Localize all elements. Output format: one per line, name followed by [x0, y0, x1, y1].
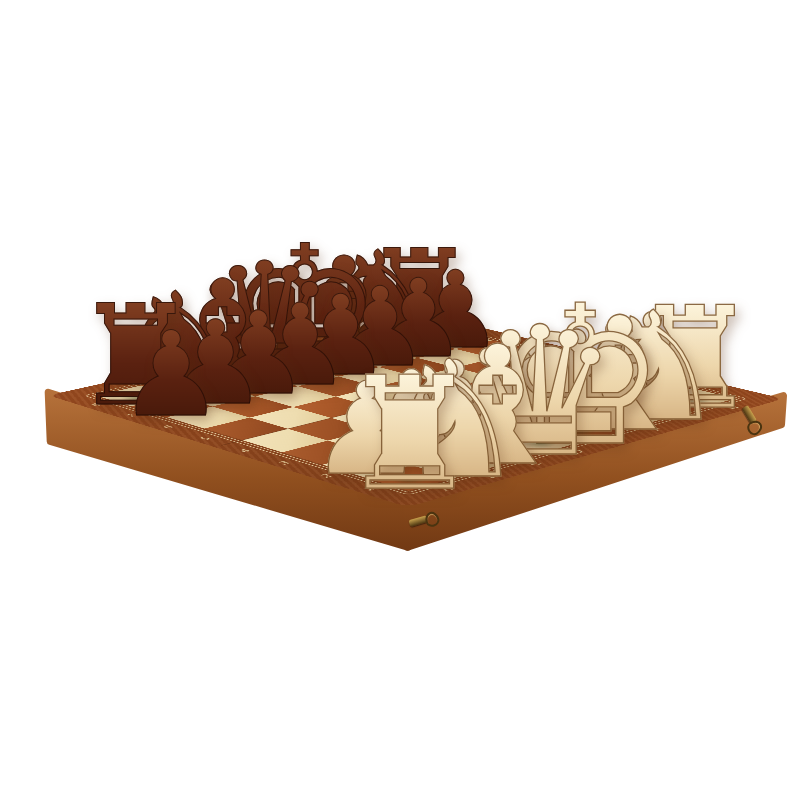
photo-stage: ABCDEFGH 87654321 ♜♞♝♛♚♝♞♜♟♟♟♟♟♟♟♟♟♟♟♟♟♟…: [0, 0, 800, 800]
